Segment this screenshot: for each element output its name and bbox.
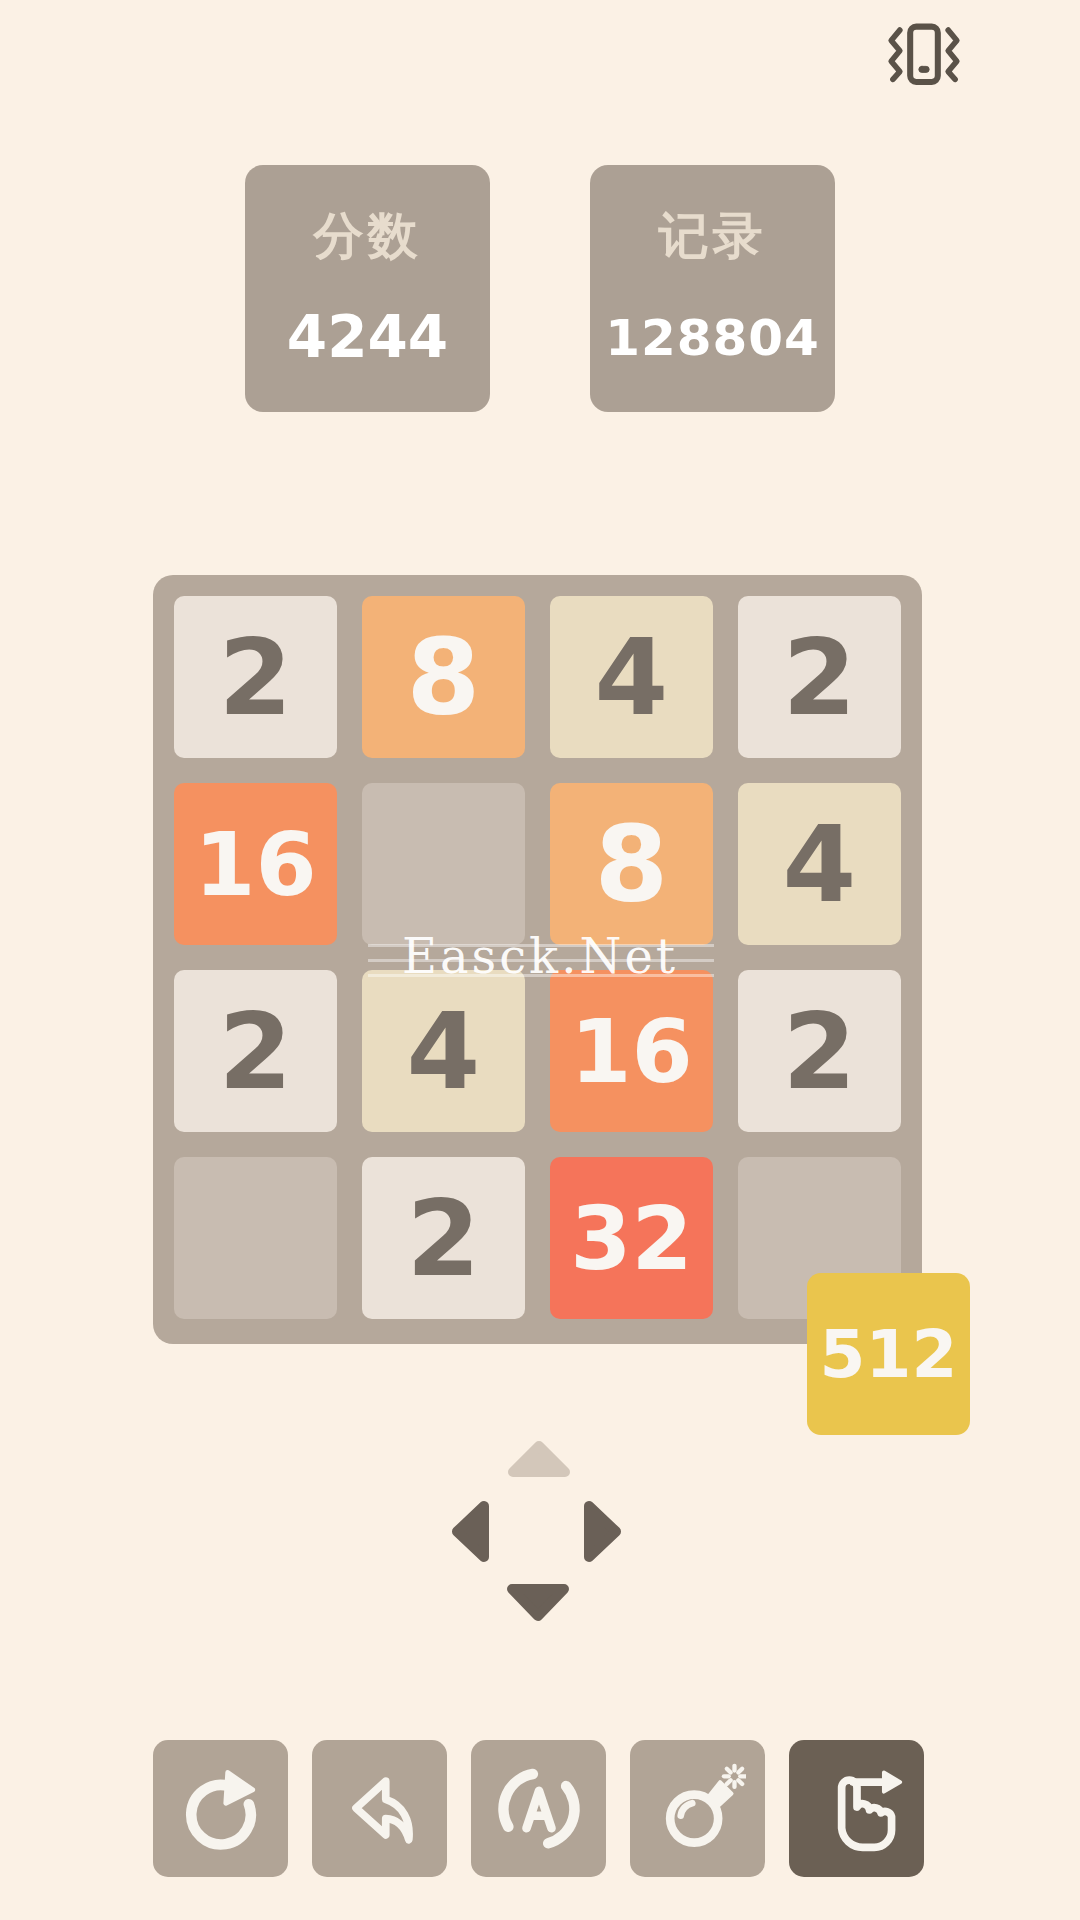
tile-8: 8 [550,783,713,945]
dpad-right-arrow[interactable] [581,1496,625,1567]
board-grid[interactable]: 2842168424162232 [153,575,922,1344]
tile-8: 8 [362,596,525,758]
tile-2: 2 [362,1157,525,1319]
tile-32: 32 [550,1157,713,1319]
tile-16: 16 [550,970,713,1132]
best-label: 记录 [590,203,835,270]
tile-16: 16 [174,783,337,945]
tile-2: 2 [174,596,337,758]
bomb-button[interactable] [630,1740,765,1877]
tile-2: 2 [738,970,901,1132]
toolbar [153,1740,924,1877]
undo-button[interactable] [312,1740,447,1877]
auto-a-icon [491,1761,587,1857]
restart-icon [173,1761,269,1857]
score-label: 分数 [245,203,490,270]
empty-cell [174,1157,337,1319]
phone-vibrate-icon[interactable] [886,20,962,92]
score-row: 分数 4244 记录 128804 [245,165,835,412]
new-tile-512: 512 [807,1273,970,1435]
best-box: 记录 128804 [590,165,835,412]
tile-2: 2 [174,970,337,1132]
dpad-up-arrow[interactable] [503,1437,575,1479]
tile-4: 4 [738,783,901,945]
empty-cell [362,783,525,945]
tile-2: 2 [738,596,901,758]
tile-4: 4 [362,970,525,1132]
best-value: 128804 [590,309,835,367]
swipe-hand-icon [809,1761,905,1857]
swipe-button[interactable] [789,1740,924,1877]
dpad-left-arrow[interactable] [448,1496,492,1567]
undo-icon [332,1761,428,1857]
dpad-down-arrow[interactable] [504,1580,572,1624]
tile-4: 4 [550,596,713,758]
score-value: 4244 [245,303,490,371]
bomb-icon [650,1761,746,1857]
score-box: 分数 4244 [245,165,490,412]
restart-button[interactable] [153,1740,288,1877]
auto-button[interactable] [471,1740,606,1877]
